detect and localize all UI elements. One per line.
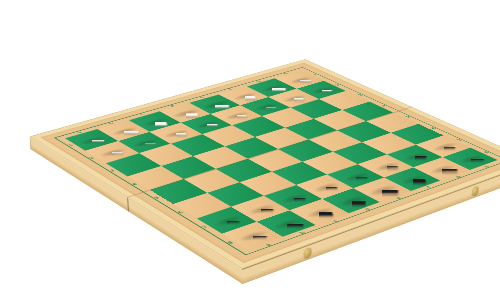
- chess-set-photo: ♜♞♝♛♚♝♞♜♟♟♟♟♟♟♟♟♟♟♟♟♟♟♟♟♜♞♝♛♚♝♞♜ aa11bb2…: [0, 0, 500, 305]
- coord-rank-4: 4: [131, 182, 138, 185]
- coord-rank-2: 2: [88, 156, 95, 159]
- coord-file-d: d: [363, 208, 371, 212]
- coord-file-e: e: [395, 196, 403, 200]
- coord-file-c: c: [332, 219, 340, 223]
- coord-rank-7: 7: [201, 225, 209, 229]
- piece-white-pawn[interactable]: ♟: [192, 72, 223, 136]
- board-squares: ♜♞♝♛♚♝♞♜♟♟♟♟♟♟♟♟♟♟♟♟♟♟♟♟♜♞♝♛♚♝♞♜: [65, 71, 497, 250]
- vinyl-mat: ♜♞♝♛♚♝♞♜♟♟♟♟♟♟♟♟♟♟♟♟♟♟♟♟♜♞♝♛♚♝♞♜ aa11bb2…: [41, 63, 500, 263]
- fold-seam-edge: [127, 197, 129, 211]
- coord-file-a: a: [264, 243, 272, 247]
- coord-file-g: g: [454, 175, 462, 178]
- piece-white-pawn[interactable]: ♟: [97, 98, 129, 164]
- coord-rank-8: 8: [226, 241, 234, 245]
- board-top-surface: ♜♞♝♛♚♝♞♜♟♟♟♟♟♟♟♟♟♟♟♟♟♟♟♟♜♞♝♛♚♝♞♜ aa11bb2…: [30, 59, 500, 269]
- coord-rank-1: 1: [68, 144, 75, 147]
- coord-rank-6: 6: [177, 211, 185, 215]
- coord-file-h: h: [483, 165, 491, 168]
- clasp-latch: [304, 246, 312, 258]
- square-a8[interactable]: ♜: [222, 222, 282, 250]
- coord-rank-3: 3: [109, 169, 116, 172]
- coord-file-b: b: [298, 231, 306, 235]
- coord-rank-5: 5: [153, 196, 161, 200]
- folding-chess-board: ♜♞♝♛♚♝♞♜♟♟♟♟♟♟♟♟♟♟♟♟♟♟♟♟♜♞♝♛♚♝♞♜ aa11bb2…: [30, 59, 500, 269]
- coord-file-f: f: [426, 186, 432, 189]
- clasp-latch: [471, 185, 478, 196]
